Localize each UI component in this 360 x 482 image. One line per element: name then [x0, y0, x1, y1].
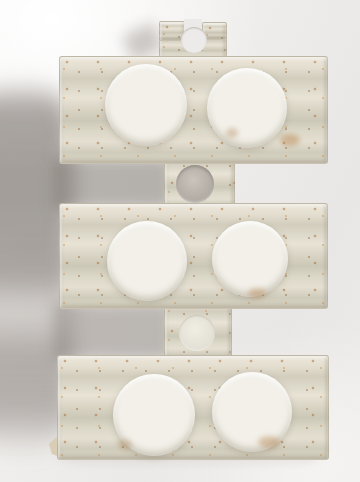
screw-collar-ring: [212, 372, 292, 452]
shallow-translucent-hole: [179, 315, 215, 351]
cast-shadow-gap-1: [54, 158, 172, 208]
terminal-block-photo: [0, 0, 360, 482]
tab-notch-circle: [181, 27, 207, 53]
screw-collar-ring: [212, 221, 288, 297]
segment-1: [59, 56, 328, 164]
cast-shadow-gap-2: [54, 303, 172, 359]
mounting-hole: [176, 165, 214, 203]
rust-stain: [280, 134, 300, 146]
rust-stain: [258, 436, 280, 448]
rust-stain: [248, 288, 266, 298]
screw-collar-ring: [107, 221, 187, 301]
screw-collar-ring: [105, 64, 187, 146]
screw-collar-ring: [207, 68, 287, 148]
rust-stain: [226, 128, 238, 138]
rust-stain: [118, 440, 132, 449]
